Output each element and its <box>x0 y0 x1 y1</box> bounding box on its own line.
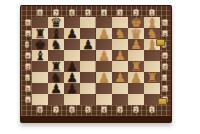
board-grid: 87654321h♛♚♝hg♜♝♟♟♞♛♞gf♚♞♟♟♝fe♝♟♟ed♜♟♜dc… <box>23 8 169 114</box>
frame-corner <box>23 8 32 17</box>
square-b4[interactable] <box>96 83 112 94</box>
frame-corner <box>160 8 169 17</box>
rank-label: 7 <box>48 105 64 114</box>
file-label: f <box>23 39 32 50</box>
square-b7[interactable]: ♟ <box>48 83 64 94</box>
square-a8[interactable] <box>32 94 48 105</box>
rank-label: 3 <box>112 8 128 17</box>
rank-label: 6 <box>64 8 80 17</box>
file-label: g <box>23 28 32 39</box>
square-b2[interactable] <box>128 83 144 94</box>
file-label: b <box>160 83 169 94</box>
square-e4[interactable]: ♟ <box>96 50 112 61</box>
square-e1[interactable] <box>144 50 160 61</box>
square-c4[interactable]: ♟ <box>96 72 112 83</box>
square-c5[interactable] <box>80 72 96 83</box>
brass-clasp <box>158 98 167 105</box>
file-label: b <box>23 83 32 94</box>
square-b8[interactable] <box>32 83 48 94</box>
file-label: e <box>160 50 169 61</box>
square-b1[interactable] <box>144 83 160 94</box>
square-g3[interactable]: ♞ <box>112 28 128 39</box>
file-label: c <box>23 72 32 83</box>
square-c3[interactable]: ♟ <box>112 72 128 83</box>
square-f2[interactable]: ♟ <box>128 39 144 50</box>
square-b3[interactable] <box>112 83 128 94</box>
square-f7[interactable]: ♞ <box>48 39 64 50</box>
frame-corner <box>23 105 32 114</box>
square-a6[interactable] <box>64 94 80 105</box>
file-label: e <box>23 50 32 61</box>
rank-label: 5 <box>80 8 96 17</box>
square-c8[interactable] <box>32 72 48 83</box>
square-e5[interactable] <box>80 50 96 61</box>
file-label: a <box>23 94 32 105</box>
rank-label: 8 <box>32 8 48 17</box>
board-frame: 87654321h♛♚♝hg♜♝♟♟♞♛♞gf♚♞♟♟♝fe♝♟♟ed♜♟♜dc… <box>20 5 172 123</box>
square-b6[interactable]: ♟ <box>64 83 80 94</box>
file-label: h <box>23 17 32 28</box>
square-b5[interactable] <box>80 83 96 94</box>
square-e8[interactable]: ♝ <box>32 50 48 61</box>
square-h5[interactable] <box>80 17 96 28</box>
square-c2[interactable]: ♟ <box>128 72 144 83</box>
square-f6[interactable] <box>64 39 80 50</box>
rank-label: 5 <box>80 105 96 114</box>
square-c1[interactable]: ♜ <box>144 72 160 83</box>
file-label: c <box>160 72 169 83</box>
rank-label: 8 <box>32 105 48 114</box>
square-a7[interactable] <box>48 94 64 105</box>
square-e3[interactable]: ♟ <box>112 50 128 61</box>
square-d8[interactable] <box>32 61 48 72</box>
frame-corner <box>160 105 169 114</box>
square-a4[interactable] <box>96 94 112 105</box>
file-label: g <box>160 28 169 39</box>
rank-label: 1 <box>144 105 160 114</box>
square-g4[interactable]: ♟ <box>96 28 112 39</box>
square-f5[interactable]: ♟ <box>80 39 96 50</box>
square-g6[interactable]: ♟ <box>64 28 80 39</box>
brass-clasp <box>156 39 165 46</box>
rank-label: 2 <box>128 105 144 114</box>
square-a3[interactable] <box>112 94 128 105</box>
square-a5[interactable] <box>80 94 96 105</box>
file-label: d <box>160 61 169 72</box>
square-a2[interactable] <box>128 94 144 105</box>
file-label: h <box>160 17 169 28</box>
rank-label: 4 <box>96 105 112 114</box>
chess-set-photo: 87654321h♛♚♝hg♜♝♟♟♞♛♞gf♚♞♟♟♝fe♝♟♟ed♜♟♜dc… <box>0 0 200 134</box>
rank-label: 4 <box>96 8 112 17</box>
square-d5[interactable] <box>80 61 96 72</box>
rank-label: 6 <box>64 105 80 114</box>
file-label: d <box>23 61 32 72</box>
rank-label: 3 <box>112 105 128 114</box>
